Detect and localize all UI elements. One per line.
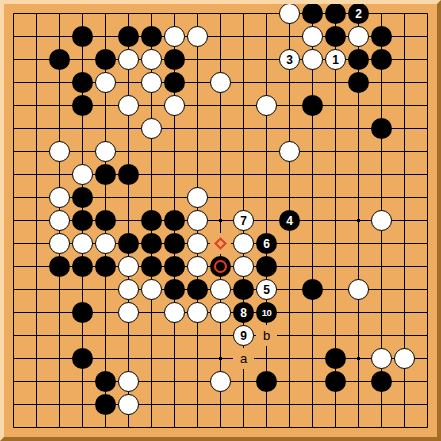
stone-black [187,279,208,300]
stone-black [95,49,116,70]
move-number-6: 6 [263,238,270,250]
stone-black [118,233,139,254]
stone-black [371,26,392,47]
stone-black [371,371,392,392]
stone-black [141,26,162,47]
stone-white [49,187,70,208]
stone-black [72,95,93,116]
stone-white [164,26,185,47]
stone-black [210,256,231,277]
stone-white [279,3,300,24]
stone-white [302,49,323,70]
stone-white [210,302,231,323]
stone-white [118,371,139,392]
stone-white [72,164,93,185]
stone-white [95,72,116,93]
stone-white [233,256,254,277]
stone-white [371,348,392,369]
stone-black [72,302,93,323]
stone-white [49,210,70,231]
stone-black [302,3,323,24]
stone-white [348,26,369,47]
stone-white [49,233,70,254]
stone-black [72,26,93,47]
stone-white [371,210,392,231]
stone-black [141,256,162,277]
stone-black [72,187,93,208]
stone-white [164,95,185,116]
stone-white [210,371,231,392]
stone-black [371,49,392,70]
stone-white [187,210,208,231]
stone-white [118,394,139,415]
stone-white [118,49,139,70]
stone-white [118,279,139,300]
stone-white [256,95,277,116]
stone-black [95,210,116,231]
stone-white: 3 [279,49,300,70]
stone-black: 2 [348,3,369,24]
stone-white [187,187,208,208]
point-letter-a: a [240,352,247,365]
go-board: 23174658109ba [0,0,441,441]
stone-black [256,256,277,277]
stone-black [72,72,93,93]
stone-white [210,72,231,93]
stone-black: 8 [233,302,254,323]
move-number-1: 1 [332,54,339,66]
stone-black [325,348,346,369]
red-diamond-marker [210,233,231,254]
stone-black [95,394,116,415]
stone-white [210,279,231,300]
stone-black: 6 [256,233,277,254]
stone-black [141,233,162,254]
stone-black [164,49,185,70]
stone-white [141,279,162,300]
stone-white: 9 [233,325,254,346]
stone-black [371,118,392,139]
red-circle-marker [214,260,227,273]
stone-black [302,95,323,116]
stone-black [72,256,93,277]
stone-black [164,233,185,254]
stone-black [325,3,346,24]
move-number-10: 10 [262,308,272,318]
point-letter-b: b [263,329,270,342]
move-number-3: 3 [286,54,293,66]
stone-black [95,164,116,185]
stone-black [325,371,346,392]
move-number-8: 8 [240,307,247,319]
label-point-b: b [256,325,277,346]
stone-white: 5 [256,279,277,300]
stone-white [141,49,162,70]
stone-black [118,26,139,47]
move-number-2: 2 [355,8,362,20]
stone-black [302,279,323,300]
stone-white [118,256,139,277]
stone-white [187,302,208,323]
stone-black [49,256,70,277]
stone-white [141,72,162,93]
stone-white [141,118,162,139]
stone-white [302,26,323,47]
stone-black [141,210,162,231]
stone-black [95,371,116,392]
stone-white [187,233,208,254]
stone-white [118,302,139,323]
stone-black [164,279,185,300]
stone-black [348,49,369,70]
stone-white [72,233,93,254]
stone-white [233,233,254,254]
stone-white [49,141,70,162]
stone-white [95,233,116,254]
stone-white: 7 [233,210,254,231]
label-point-a: a [233,348,254,369]
stone-white [279,141,300,162]
move-number-7: 7 [240,215,247,227]
stone-black [348,72,369,93]
stone-black [72,210,93,231]
stone-white [95,141,116,162]
stone-white [348,279,369,300]
stone-white: 1 [325,49,346,70]
move-number-4: 4 [286,215,293,227]
move-number-5: 5 [263,284,270,296]
stone-black [49,49,70,70]
stone-black [233,279,254,300]
stone-white [118,95,139,116]
stone-white [187,26,208,47]
stone-black [164,72,185,93]
stone-black: 10 [256,302,277,323]
stone-black: 4 [279,210,300,231]
go-board-inner: 23174658109ba [2,2,439,439]
stone-black [325,26,346,47]
stone-black [118,164,139,185]
stone-white [164,302,185,323]
stone-white [187,256,208,277]
move-number-9: 9 [240,330,247,342]
stone-black [72,348,93,369]
stone-white [394,348,415,369]
go-board-grid: 23174658109ba [2,2,439,439]
stone-black [95,256,116,277]
stone-black [256,371,277,392]
stone-black [164,210,185,231]
stone-black [164,256,185,277]
diamond-icon [214,237,227,250]
